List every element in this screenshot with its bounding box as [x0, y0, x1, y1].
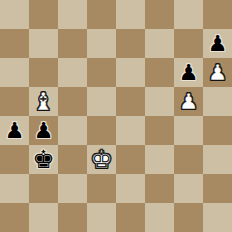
square-f6[interactable] — [145, 58, 174, 87]
square-b2[interactable] — [29, 174, 58, 203]
square-e7[interactable] — [116, 29, 145, 58]
square-g2[interactable] — [174, 174, 203, 203]
square-d2[interactable] — [87, 174, 116, 203]
square-h4[interactable] — [203, 116, 232, 145]
square-b1[interactable] — [29, 203, 58, 232]
square-a3[interactable] — [0, 145, 29, 174]
piece-black-pawn[interactable]: ♟ — [34, 116, 54, 145]
square-e8[interactable] — [116, 0, 145, 29]
square-c5[interactable] — [58, 87, 87, 116]
square-f8[interactable] — [145, 0, 174, 29]
square-h6[interactable]: ♟ — [203, 58, 232, 87]
square-a8[interactable] — [0, 0, 29, 29]
square-b3[interactable]: ♚ — [29, 145, 58, 174]
square-g1[interactable] — [174, 203, 203, 232]
square-d3[interactable]: ♚ — [87, 145, 116, 174]
square-h8[interactable] — [203, 0, 232, 29]
square-a5[interactable] — [0, 87, 29, 116]
square-h3[interactable] — [203, 145, 232, 174]
square-h7[interactable]: ♟ — [203, 29, 232, 58]
square-d7[interactable] — [87, 29, 116, 58]
square-g8[interactable] — [174, 0, 203, 29]
square-d8[interactable] — [87, 0, 116, 29]
square-c7[interactable] — [58, 29, 87, 58]
square-b4[interactable]: ♟ — [29, 116, 58, 145]
square-a1[interactable] — [0, 203, 29, 232]
square-b5[interactable]: ♝ — [29, 87, 58, 116]
square-g7[interactable] — [174, 29, 203, 58]
square-c1[interactable] — [58, 203, 87, 232]
square-g3[interactable] — [174, 145, 203, 174]
square-h1[interactable] — [203, 203, 232, 232]
piece-white-bishop[interactable]: ♝ — [32, 87, 54, 116]
square-e1[interactable] — [116, 203, 145, 232]
square-c6[interactable] — [58, 58, 87, 87]
square-e5[interactable] — [116, 87, 145, 116]
square-e2[interactable] — [116, 174, 145, 203]
piece-black-pawn[interactable]: ♟ — [179, 58, 199, 87]
square-h2[interactable] — [203, 174, 232, 203]
square-e3[interactable] — [116, 145, 145, 174]
square-g6[interactable]: ♟ — [174, 58, 203, 87]
square-c4[interactable] — [58, 116, 87, 145]
square-h5[interactable] — [203, 87, 232, 116]
square-e4[interactable] — [116, 116, 145, 145]
square-a6[interactable] — [0, 58, 29, 87]
square-f1[interactable] — [145, 203, 174, 232]
square-b7[interactable] — [29, 29, 58, 58]
piece-white-pawn[interactable]: ♟ — [179, 87, 199, 116]
square-a4[interactable]: ♟ — [0, 116, 29, 145]
square-f4[interactable] — [145, 116, 174, 145]
piece-black-pawn[interactable]: ♟ — [5, 116, 25, 145]
square-b6[interactable] — [29, 58, 58, 87]
square-d1[interactable] — [87, 203, 116, 232]
piece-white-king[interactable]: ♚ — [90, 145, 112, 174]
square-c3[interactable] — [58, 145, 87, 174]
square-f2[interactable] — [145, 174, 174, 203]
piece-black-king[interactable]: ♚ — [32, 145, 54, 174]
piece-black-pawn[interactable]: ♟ — [208, 29, 228, 58]
chess-board: ♟♟♟♝♟♟♟♚♚ — [0, 0, 232, 232]
square-f5[interactable] — [145, 87, 174, 116]
square-d4[interactable] — [87, 116, 116, 145]
square-c2[interactable] — [58, 174, 87, 203]
square-d5[interactable] — [87, 87, 116, 116]
piece-white-pawn[interactable]: ♟ — [208, 58, 228, 87]
square-f7[interactable] — [145, 29, 174, 58]
square-c8[interactable] — [58, 0, 87, 29]
square-d6[interactable] — [87, 58, 116, 87]
square-a2[interactable] — [0, 174, 29, 203]
square-f3[interactable] — [145, 145, 174, 174]
square-b8[interactable] — [29, 0, 58, 29]
square-a7[interactable] — [0, 29, 29, 58]
square-g4[interactable] — [174, 116, 203, 145]
square-e6[interactable] — [116, 58, 145, 87]
square-g5[interactable]: ♟ — [174, 87, 203, 116]
